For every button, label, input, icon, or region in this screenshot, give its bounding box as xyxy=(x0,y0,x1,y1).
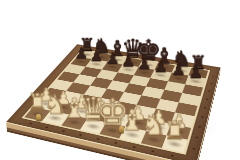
white-knight-glyph: ♞ xyxy=(141,111,166,139)
white-rook-glyph: ♜ xyxy=(164,119,186,144)
black-pawn-glyph: ♟ xyxy=(171,62,185,78)
chess-set-photo: ♜♞♝♛♚♝♞♜♟♟♟♟♟♟♟♟♟♟♟♟♟♟♟♟♜♞♝♛♚♝♞♜ xyxy=(0,0,240,160)
black-pawn-glyph: ♟ xyxy=(137,57,151,73)
piece-white-rook[interactable]: ♜ xyxy=(162,135,188,153)
black-pawn-glyph: ♟ xyxy=(154,59,168,75)
square-h1[interactable]: ♜ xyxy=(162,135,188,153)
black-pawn-glyph: ♟ xyxy=(75,46,89,61)
square-h6[interactable] xyxy=(182,84,203,96)
brass-latch xyxy=(119,126,124,133)
board-frame: ♜♞♝♛♚♝♞♜♟♟♟♟♟♟♟♟♟♟♟♟♟♟♟♟♜♞♝♛♚♝♞♜ xyxy=(6,44,220,160)
chess-board: ♜♞♝♛♚♝♞♜♟♟♟♟♟♟♟♟♟♟♟♟♟♟♟♟♜♞♝♛♚♝♞♜ xyxy=(6,44,220,160)
square-g5[interactable] xyxy=(160,90,182,103)
brass-latch xyxy=(36,114,41,121)
scene-3d: ♜♞♝♛♚♝♞♜♟♟♟♟♟♟♟♟♟♟♟♟♟♟♟♟♜♞♝♛♚♝♞♜ xyxy=(0,0,240,160)
black-pawn-glyph: ♟ xyxy=(105,51,119,66)
black-pawn-glyph: ♟ xyxy=(90,49,104,64)
black-pawn-glyph: ♟ xyxy=(188,65,203,81)
black-pawn-glyph: ♟ xyxy=(121,54,135,70)
